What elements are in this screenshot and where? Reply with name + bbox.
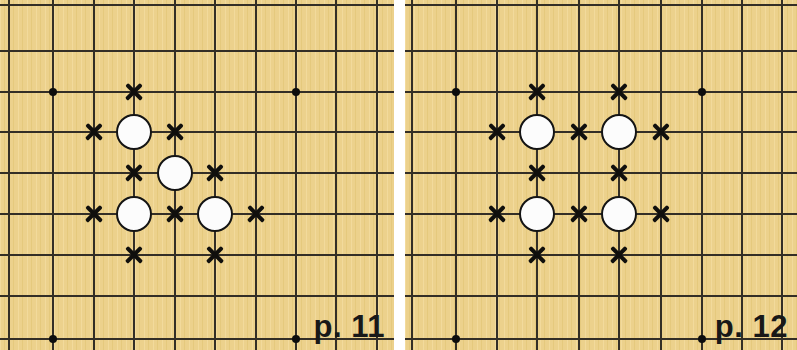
- white-stone[interactable]: [116, 114, 152, 150]
- grid-line-horizontal: [0, 131, 394, 133]
- grid-line-horizontal: [0, 50, 394, 52]
- liberty-mark-x: [489, 206, 505, 222]
- grid-line-vertical: [578, 0, 580, 350]
- grid-line-vertical: [496, 0, 498, 350]
- grid-line-vertical: [52, 0, 54, 350]
- star-point: [49, 335, 57, 343]
- liberty-mark-x: [611, 84, 627, 100]
- liberty-mark-x: [529, 247, 545, 263]
- liberty-mark-x: [167, 206, 183, 222]
- go-diagram-panel-p12: p. 12: [405, 0, 797, 350]
- grid-line-vertical: [376, 0, 378, 350]
- liberty-mark-x: [653, 124, 669, 140]
- liberty-mark-x: [571, 124, 587, 140]
- grid-line-vertical: [255, 0, 257, 350]
- grid-line-horizontal: [0, 172, 394, 174]
- grid-line-horizontal: [0, 254, 394, 256]
- liberty-mark-x: [489, 124, 505, 140]
- liberty-mark-x: [167, 124, 183, 140]
- page-reference-label-left: p. 11: [314, 311, 385, 342]
- page-reference-label-right: p. 12: [715, 311, 788, 342]
- liberty-mark-x: [653, 206, 669, 222]
- white-stone[interactable]: [601, 114, 637, 150]
- grid-line-vertical: [455, 0, 457, 350]
- grid-line-vertical: [93, 0, 95, 350]
- grid-line-horizontal: [0, 91, 394, 93]
- liberty-mark-x: [571, 206, 587, 222]
- grid-line-vertical: [335, 0, 337, 350]
- grid-line-horizontal: [0, 4, 394, 6]
- white-stone[interactable]: [519, 196, 555, 232]
- grid-line-horizontal: [405, 254, 797, 256]
- grid-line-horizontal: [405, 50, 797, 52]
- liberty-mark-x: [529, 165, 545, 181]
- white-stone[interactable]: [116, 196, 152, 232]
- grid-line-horizontal: [405, 172, 797, 174]
- white-stone[interactable]: [197, 196, 233, 232]
- grid-line-horizontal: [405, 4, 797, 6]
- liberty-mark-x: [126, 165, 142, 181]
- liberty-mark-x: [207, 165, 223, 181]
- two-panel-go-diagram-page: p. 11 p. 12: [0, 0, 797, 350]
- liberty-mark-x: [611, 247, 627, 263]
- star-point: [452, 335, 460, 343]
- star-point: [292, 88, 300, 96]
- liberty-mark-x: [248, 206, 264, 222]
- liberty-mark-x: [86, 206, 102, 222]
- grid-line-vertical: [701, 0, 703, 350]
- grid-line-vertical: [741, 0, 743, 350]
- go-board-right: [405, 0, 797, 350]
- star-point: [698, 335, 706, 343]
- liberty-mark-x: [126, 84, 142, 100]
- liberty-mark-x: [611, 165, 627, 181]
- grid-line-vertical: [411, 0, 413, 350]
- star-point: [49, 88, 57, 96]
- grid-line-vertical: [660, 0, 662, 350]
- liberty-mark-x: [207, 247, 223, 263]
- grid-line-horizontal: [405, 91, 797, 93]
- grid-line-horizontal: [0, 295, 394, 297]
- white-stone[interactable]: [519, 114, 555, 150]
- liberty-mark-x: [529, 84, 545, 100]
- liberty-mark-x: [86, 124, 102, 140]
- star-point: [452, 88, 460, 96]
- grid-line-horizontal: [405, 295, 797, 297]
- grid-line-vertical: [8, 0, 10, 350]
- star-point: [698, 88, 706, 96]
- white-stone[interactable]: [157, 155, 193, 191]
- star-point: [292, 335, 300, 343]
- white-stone[interactable]: [601, 196, 637, 232]
- liberty-mark-x: [126, 247, 142, 263]
- go-board-left: [0, 0, 394, 350]
- grid-line-vertical: [781, 0, 783, 350]
- panel-divider: [394, 0, 405, 350]
- grid-line-vertical: [295, 0, 297, 350]
- go-diagram-panel-p11: p. 11: [0, 0, 394, 350]
